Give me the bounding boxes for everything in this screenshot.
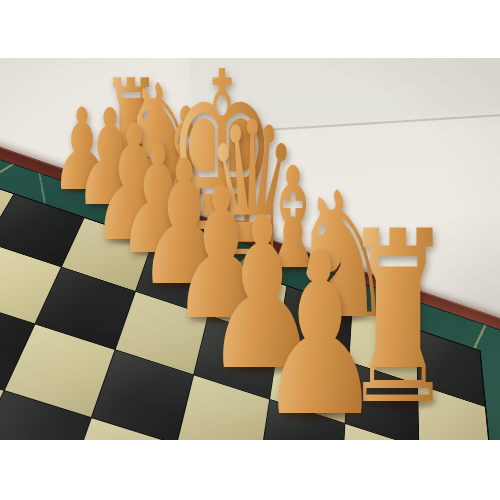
pieces-layer: ♜♞♟♝♟♚♟♟♛♝♟♞♟♟♜♟	[0, 58, 500, 440]
photograph: ♜♞♟♝♟♚♟♟♛♝♟♞♟♟♜♟	[0, 58, 500, 440]
photo-top-margin	[0, 0, 500, 58]
photo-bottom-margin	[0, 440, 500, 500]
chess-photo-stage: ♜♞♟♝♟♚♟♟♛♝♟♞♟♟♜♟	[0, 0, 500, 500]
white-pawn-glyph: ♟	[257, 223, 382, 440]
piece-white-pawn-a2[interactable]: ♟	[219, 223, 421, 440]
